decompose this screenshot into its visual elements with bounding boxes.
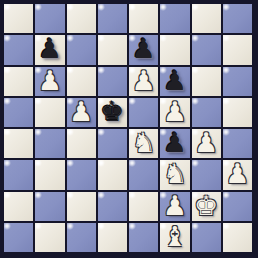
square-a8[interactable] bbox=[4, 4, 33, 33]
piece-white-pawn[interactable]: ♟ bbox=[38, 67, 62, 94]
square-h4[interactable] bbox=[223, 129, 252, 158]
piece-white-pawn[interactable]: ♟ bbox=[194, 129, 218, 156]
piece-black-king[interactable]: ♚ bbox=[100, 98, 124, 125]
square-a5[interactable] bbox=[4, 98, 33, 127]
piece-black-pawn[interactable]: ♟ bbox=[38, 35, 62, 62]
square-h5[interactable] bbox=[223, 98, 252, 127]
square-d2[interactable] bbox=[98, 192, 127, 221]
square-h2[interactable] bbox=[223, 192, 252, 221]
square-h3[interactable]: ♟ bbox=[223, 160, 252, 189]
square-g8[interactable] bbox=[192, 4, 221, 33]
square-h1[interactable] bbox=[223, 223, 252, 252]
piece-black-pawn[interactable]: ♟ bbox=[163, 67, 187, 94]
square-g6[interactable] bbox=[192, 67, 221, 96]
chess-board-grid: ♟♟♟♟♟♟♚♟♞♟♟♞♟♟♚♝ bbox=[4, 4, 252, 252]
square-f8[interactable] bbox=[160, 4, 189, 33]
square-d7[interactable] bbox=[98, 35, 127, 64]
square-d5[interactable]: ♚ bbox=[98, 98, 127, 127]
square-a4[interactable] bbox=[4, 129, 33, 158]
square-e2[interactable] bbox=[129, 192, 158, 221]
piece-black-pawn[interactable]: ♟ bbox=[163, 129, 187, 156]
square-a6[interactable] bbox=[4, 67, 33, 96]
square-a7[interactable] bbox=[4, 35, 33, 64]
chess-board: ♟♟♟♟♟♟♚♟♞♟♟♞♟♟♚♝ bbox=[0, 0, 258, 258]
square-b6[interactable]: ♟ bbox=[35, 67, 64, 96]
square-c7[interactable] bbox=[67, 35, 96, 64]
square-h8[interactable] bbox=[223, 4, 252, 33]
square-b2[interactable] bbox=[35, 192, 64, 221]
square-d8[interactable] bbox=[98, 4, 127, 33]
square-c6[interactable] bbox=[67, 67, 96, 96]
square-a1[interactable] bbox=[4, 223, 33, 252]
square-c5[interactable]: ♟ bbox=[67, 98, 96, 127]
square-g1[interactable] bbox=[192, 223, 221, 252]
square-f7[interactable] bbox=[160, 35, 189, 64]
square-a2[interactable] bbox=[4, 192, 33, 221]
square-e7[interactable]: ♟ bbox=[129, 35, 158, 64]
square-e5[interactable] bbox=[129, 98, 158, 127]
square-e3[interactable] bbox=[129, 160, 158, 189]
square-g4[interactable]: ♟ bbox=[192, 129, 221, 158]
square-c1[interactable] bbox=[67, 223, 96, 252]
piece-white-king[interactable]: ♚ bbox=[194, 192, 218, 219]
square-f1[interactable]: ♝ bbox=[160, 223, 189, 252]
square-b4[interactable] bbox=[35, 129, 64, 158]
square-d6[interactable] bbox=[98, 67, 127, 96]
square-b1[interactable] bbox=[35, 223, 64, 252]
square-f5[interactable]: ♟ bbox=[160, 98, 189, 127]
square-c3[interactable] bbox=[67, 160, 96, 189]
piece-white-pawn[interactable]: ♟ bbox=[163, 98, 187, 125]
piece-white-knight[interactable]: ♞ bbox=[132, 129, 156, 156]
square-a3[interactable] bbox=[4, 160, 33, 189]
square-e6[interactable]: ♟ bbox=[129, 67, 158, 96]
square-e1[interactable] bbox=[129, 223, 158, 252]
piece-white-knight[interactable]: ♞ bbox=[163, 160, 187, 187]
square-b8[interactable] bbox=[35, 4, 64, 33]
piece-black-pawn[interactable]: ♟ bbox=[132, 35, 156, 62]
square-b5[interactable] bbox=[35, 98, 64, 127]
square-d3[interactable] bbox=[98, 160, 127, 189]
square-e8[interactable] bbox=[129, 4, 158, 33]
square-f4[interactable]: ♟ bbox=[160, 129, 189, 158]
square-b7[interactable]: ♟ bbox=[35, 35, 64, 64]
square-f3[interactable]: ♞ bbox=[160, 160, 189, 189]
square-h6[interactable] bbox=[223, 67, 252, 96]
square-d1[interactable] bbox=[98, 223, 127, 252]
square-b3[interactable] bbox=[35, 160, 64, 189]
square-c8[interactable] bbox=[67, 4, 96, 33]
square-f6[interactable]: ♟ bbox=[160, 67, 189, 96]
square-h7[interactable] bbox=[223, 35, 252, 64]
square-g3[interactable] bbox=[192, 160, 221, 189]
piece-white-pawn[interactable]: ♟ bbox=[225, 160, 249, 187]
piece-white-pawn[interactable]: ♟ bbox=[69, 98, 93, 125]
square-c2[interactable] bbox=[67, 192, 96, 221]
square-d4[interactable] bbox=[98, 129, 127, 158]
square-g2[interactable]: ♚ bbox=[192, 192, 221, 221]
square-e4[interactable]: ♞ bbox=[129, 129, 158, 158]
piece-white-pawn[interactable]: ♟ bbox=[132, 67, 156, 94]
piece-white-bishop[interactable]: ♝ bbox=[163, 223, 187, 250]
square-g5[interactable] bbox=[192, 98, 221, 127]
square-c4[interactable] bbox=[67, 129, 96, 158]
square-f2[interactable]: ♟ bbox=[160, 192, 189, 221]
square-g7[interactable] bbox=[192, 35, 221, 64]
piece-white-pawn[interactable]: ♟ bbox=[163, 192, 187, 219]
